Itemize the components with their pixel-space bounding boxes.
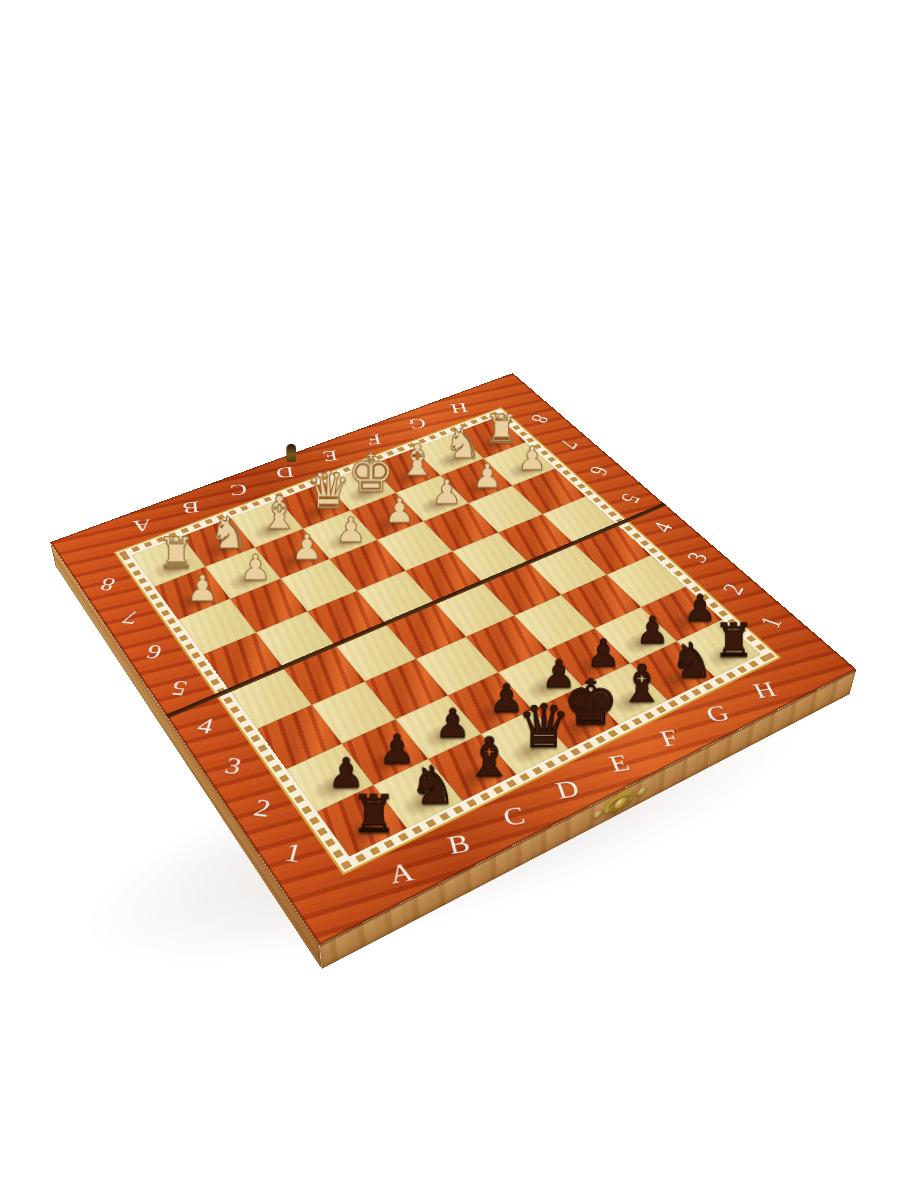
clasp-screw-right	[637, 786, 646, 797]
piece-black-queen-d1: ♛	[517, 697, 571, 757]
piece-white-queen-d8: ♛	[305, 466, 350, 517]
piece-white-pawn-d7: ♟	[335, 513, 366, 548]
piece-black-knight-g1: ♞	[669, 636, 713, 685]
piece-black-pawn-h2: ♟	[683, 590, 716, 627]
piece-black-bishop-f1: ♝	[618, 658, 664, 710]
piece-black-bishop-c1: ♝	[464, 730, 513, 784]
piece-black-knight-b1: ♞	[408, 759, 455, 812]
scene: ABCDEFGH ABCDEFGH 87654321 87654321 ♜♞♝♛…	[0, 0, 900, 1200]
piece-black-rook-a1: ♜	[350, 789, 396, 841]
chess-board: ABCDEFGH ABCDEFGH 87654321 87654321 ♜♞♝♛…	[50, 373, 856, 945]
piece-white-pawn-g7: ♟	[472, 460, 502, 493]
piece-white-pawn-e7: ♟	[384, 494, 415, 528]
piece-black-pawn-g2: ♟	[635, 612, 668, 649]
piece-white-pawn-f7: ♟	[431, 476, 461, 510]
piece-white-pawn-a7: ♟	[186, 571, 218, 607]
clasp-screw-left	[593, 809, 602, 820]
piece-white-pawn-b7: ♟	[239, 550, 271, 586]
piece-white-pawn-c7: ♟	[291, 530, 322, 565]
chess-set-photo: ABCDEFGH ABCDEFGH 87654321 87654321 ♜♞♝♛…	[0, 0, 900, 1200]
piece-black-rook-h1: ♜	[713, 618, 754, 664]
